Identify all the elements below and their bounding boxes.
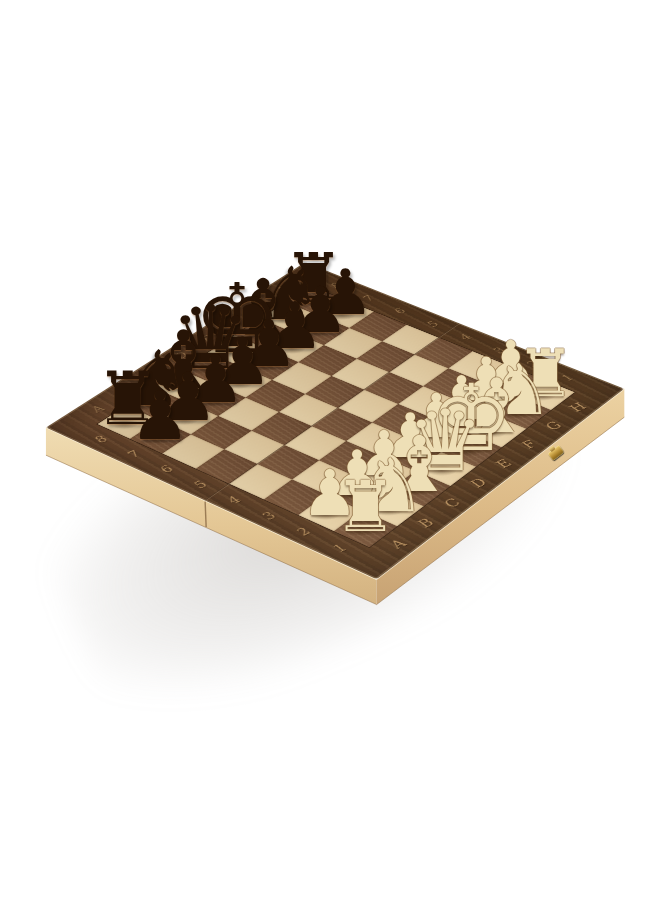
rank-label-left-7: 7 <box>124 448 144 460</box>
rank-label-left-2: 2 <box>294 525 315 538</box>
rank-label-left-4: 4 <box>224 494 244 507</box>
file-label-top-B: B <box>117 385 136 396</box>
file-label-top-F: F <box>225 317 243 327</box>
file-label-top-C: C <box>144 367 163 378</box>
rank-label-right-6: 6 <box>391 306 409 316</box>
rank-label-right-7: 7 <box>359 293 377 303</box>
product-photo: AABBCCDDEEFFGGHH1122334455667788 ♜♞♝♛♚♝♞… <box>0 0 660 900</box>
file-label-bottom-A: A <box>387 536 411 551</box>
rank-label-left-6: 6 <box>157 463 177 475</box>
rank-label-right-8: 8 <box>328 281 345 291</box>
file-label-top-A: A <box>89 403 108 414</box>
file-label-top-E: E <box>198 333 217 344</box>
file-label-bottom-E: E <box>492 457 515 470</box>
file-label-bottom-D: D <box>466 476 490 490</box>
rank-label-right-4: 4 <box>457 332 475 342</box>
file-label-top-H: H <box>275 284 295 295</box>
rank-label-right-2: 2 <box>524 359 543 369</box>
file-label-bottom-F: F <box>518 438 540 451</box>
fold-seam-side-crack <box>205 502 206 527</box>
file-label-top-D: D <box>171 350 191 361</box>
rank-label-right-5: 5 <box>424 319 442 329</box>
rank-label-left-5: 5 <box>190 478 210 490</box>
file-label-top-G: G <box>250 300 269 311</box>
rank-label-left-3: 3 <box>259 509 280 522</box>
rank-label-right-1: 1 <box>558 372 577 383</box>
file-label-bottom-C: C <box>440 496 464 510</box>
file-label-bottom-G: G <box>542 419 566 432</box>
rank-label-right-3: 3 <box>490 345 508 355</box>
file-label-bottom-B: B <box>414 516 438 530</box>
rank-label-left-1: 1 <box>329 541 350 554</box>
file-label-bottom-H: H <box>565 400 589 414</box>
rank-label-left-8: 8 <box>92 433 111 445</box>
